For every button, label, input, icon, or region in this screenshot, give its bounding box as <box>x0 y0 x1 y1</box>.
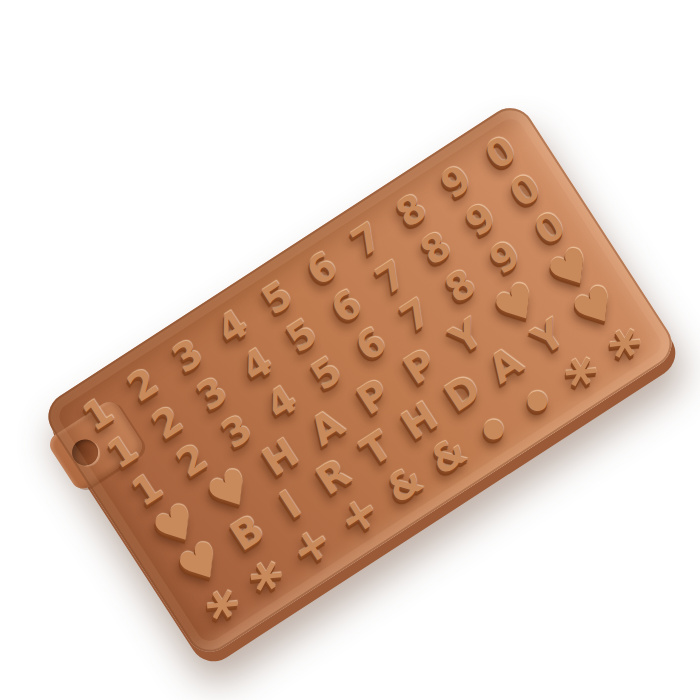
silicone-chocolate-mold: 123456789012345678901234567890♥♥HAPPY♥♥♥… <box>39 99 680 661</box>
cavity-rows: 123456789012345678901234567890♥♥HAPPY♥♥♥… <box>72 125 650 631</box>
cavity-asterisk: * <box>604 324 656 379</box>
cavity-plus: + <box>331 485 387 543</box>
product-photo: 123456789012345678901234567890♥♥HAPPY♥♥♥… <box>0 0 700 700</box>
cavity-asterisk: * <box>245 557 297 612</box>
mold-face: 123456789012345678901234567890♥♥HAPPY♥♥♥… <box>39 99 680 661</box>
cavity-asterisk: * <box>560 352 612 407</box>
cavity-asterisk: * <box>201 585 253 640</box>
cavity-plus: + <box>283 516 339 574</box>
